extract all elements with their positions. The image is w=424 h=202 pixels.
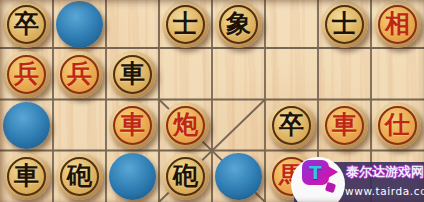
piece-red-soldier[interactable]: 兵 [56, 51, 103, 98]
piece-red-chariot[interactable]: 車 [321, 102, 368, 149]
piece-face: 卒 [272, 106, 311, 145]
piece-face: 相 [378, 5, 417, 44]
piece-character: 砲 [173, 163, 198, 188]
piece-black-soldier[interactable]: 卒 [268, 102, 315, 149]
piece-character: 車 [120, 61, 145, 86]
piece-character: 卒 [14, 11, 39, 36]
piece-red-soldier[interactable]: 兵 [3, 51, 50, 98]
piece-face: 仕 [378, 106, 417, 145]
hidden-piece-disc[interactable] [3, 102, 50, 149]
piece-black-elephant[interactable]: 象 [215, 1, 262, 48]
piece-face: 兵 [60, 55, 99, 94]
piece-face: 車 [7, 157, 46, 196]
piece-black-cannon[interactable]: 砲 [162, 153, 209, 200]
piece-black-soldier[interactable]: 卒 [3, 1, 50, 48]
piece-character: 炮 [173, 112, 198, 137]
piece-face: 車 [113, 55, 152, 94]
piece-face: 砲 [166, 157, 205, 196]
piece-character: 仕 [385, 112, 410, 137]
piece-face: 炮 [166, 106, 205, 145]
watermark-url: www.tairda.com [345, 185, 424, 197]
piece-character: 車 [332, 112, 357, 137]
hidden-piece-disc[interactable] [109, 153, 156, 200]
piece-black-advisor[interactable]: 士 [162, 1, 209, 48]
tairda-logo-icon: T [302, 160, 329, 185]
logo-letter: T [309, 164, 321, 182]
hidden-piece-disc[interactable] [56, 1, 103, 48]
piece-face: 士 [166, 5, 205, 44]
piece-red-chariot[interactable]: 車 [109, 102, 156, 149]
piece-red-elephant[interactable]: 相 [374, 1, 421, 48]
piece-face: 兵 [7, 55, 46, 94]
logo-arrow-tab [328, 166, 338, 178]
piece-character: 象 [226, 11, 251, 36]
piece-face: 車 [113, 106, 152, 145]
xiangqi-game-screenshot: 卒士象士相兵兵車車炮卒車仕車砲砲馬 T 泰尔达游戏网 www.tairda.co… [0, 0, 424, 202]
watermark-site-name: 泰尔达游戏网 [346, 163, 424, 181]
piece-face: 砲 [60, 157, 99, 196]
piece-black-chariot[interactable]: 車 [109, 51, 156, 98]
piece-black-advisor[interactable]: 士 [321, 1, 368, 48]
piece-character: 相 [385, 11, 410, 36]
piece-red-advisor[interactable]: 仕 [374, 102, 421, 149]
piece-face: 卒 [7, 5, 46, 44]
piece-face: 象 [219, 5, 258, 44]
piece-character: 兵 [14, 61, 39, 86]
piece-character: 車 [120, 112, 145, 137]
piece-character: 士 [332, 11, 357, 36]
piece-character: 卒 [279, 112, 304, 137]
piece-face: 車 [325, 106, 364, 145]
piece-character: 士 [173, 11, 198, 36]
piece-character: 兵 [67, 61, 92, 86]
hidden-piece-disc[interactable] [215, 153, 262, 200]
piece-face: 士 [325, 5, 364, 44]
piece-black-chariot[interactable]: 車 [3, 153, 50, 200]
piece-red-cannon[interactable]: 炮 [162, 102, 209, 149]
piece-black-cannon[interactable]: 砲 [56, 153, 103, 200]
piece-character: 砲 [67, 163, 92, 188]
piece-character: 車 [14, 163, 39, 188]
